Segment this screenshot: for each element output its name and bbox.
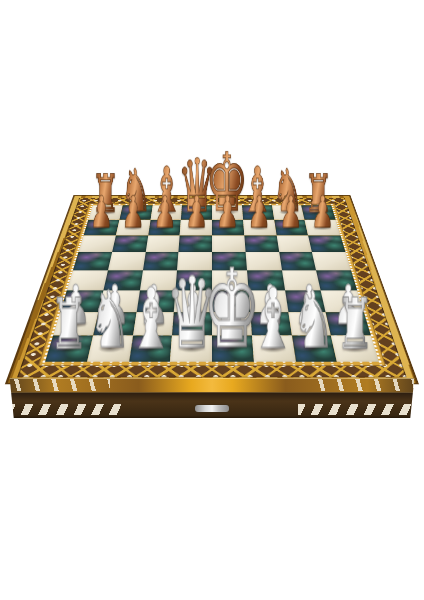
square-c7[interactable]: ♟ xyxy=(148,220,181,236)
square-g6[interactable] xyxy=(276,235,312,252)
square-a5[interactable] xyxy=(73,252,112,270)
square-a1[interactable]: ♜ xyxy=(45,336,93,362)
square-h6[interactable] xyxy=(308,235,345,252)
side-amber-strip xyxy=(8,378,416,392)
square-d7[interactable]: ♟ xyxy=(180,220,212,236)
ivory-inlay-left xyxy=(10,379,110,391)
piece-black-pawn-c7[interactable]: ♟ xyxy=(153,190,176,233)
square-a7[interactable]: ♟ xyxy=(84,220,120,236)
piece-black-pawn-a7[interactable]: ♟ xyxy=(90,190,113,233)
board-front-edge xyxy=(8,378,416,418)
piece-black-pawn-d7[interactable]: ♟ xyxy=(185,190,208,233)
chess-board: ♜♞♝♛♚♝♞♜♟♟♟♟♟♟♟♟♟♟♟♟♟♟♟♟♜♞♝♛♚♝♞♜ xyxy=(6,195,417,383)
piece-white-bishop-f1[interactable]: ♝ xyxy=(251,277,296,360)
chess-set-photo: ♜♞♝♛♚♝♞♜♟♟♟♟♟♟♟♟♟♟♟♟♟♟♟♟♜♞♝♛♚♝♞♜ xyxy=(0,0,424,600)
square-b7[interactable]: ♟ xyxy=(116,220,150,236)
box-clasp xyxy=(195,405,229,412)
piece-black-pawn-e7[interactable]: ♟ xyxy=(216,190,239,233)
piece-black-pawn-g7[interactable]: ♟ xyxy=(279,190,302,233)
ivory-inlay-right xyxy=(314,379,414,391)
piece-white-knight-b1[interactable]: ♞ xyxy=(89,281,131,359)
piece-black-pawn-h7[interactable]: ♟ xyxy=(311,190,334,233)
square-b1[interactable]: ♞ xyxy=(87,336,133,362)
square-b6[interactable] xyxy=(112,235,148,252)
square-h1[interactable]: ♜ xyxy=(331,336,379,362)
piece-white-rook-a1[interactable]: ♜ xyxy=(51,288,89,358)
square-g5[interactable] xyxy=(279,252,317,270)
board-squares-grid: ♜♞♝♛♚♝♞♜♟♟♟♟♟♟♟♟♟♟♟♟♟♟♟♟♜♞♝♛♚♝♞♜ xyxy=(45,205,379,362)
square-h7[interactable]: ♟ xyxy=(305,220,341,236)
piece-white-rook-h1[interactable]: ♜ xyxy=(336,288,374,358)
board-perspective-stage: ♜♞♝♛♚♝♞♜♟♟♟♟♟♟♟♟♟♟♟♟♟♟♟♟♜♞♝♛♚♝♞♜ xyxy=(0,0,424,600)
square-g1[interactable]: ♞ xyxy=(291,336,337,362)
square-e1[interactable]: ♚ xyxy=(212,336,254,362)
piece-black-pawn-b7[interactable]: ♟ xyxy=(122,190,145,233)
corner-stripes-right xyxy=(298,404,416,415)
square-c6[interactable] xyxy=(145,235,180,252)
square-e7[interactable]: ♟ xyxy=(212,220,244,236)
square-f1[interactable]: ♝ xyxy=(252,336,296,362)
side-wood-strip xyxy=(8,392,416,418)
square-a6[interactable] xyxy=(78,235,115,252)
square-f7[interactable]: ♟ xyxy=(243,220,276,236)
piece-white-knight-g1[interactable]: ♞ xyxy=(293,281,335,359)
corner-stripes-left xyxy=(8,404,126,415)
square-g7[interactable]: ♟ xyxy=(274,220,308,236)
piece-black-pawn-f7[interactable]: ♟ xyxy=(248,190,271,233)
square-b5[interactable] xyxy=(108,252,146,270)
square-h5[interactable] xyxy=(312,252,351,270)
